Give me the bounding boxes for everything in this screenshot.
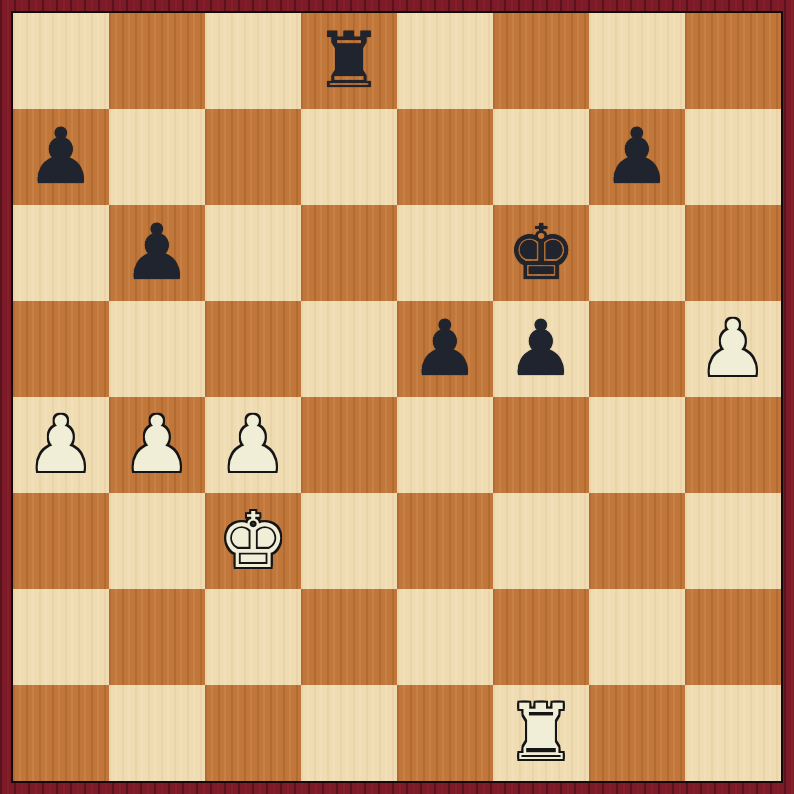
square-b6[interactable]: ♟ — [109, 205, 205, 301]
square-h8[interactable] — [685, 13, 781, 109]
square-g2[interactable] — [589, 589, 685, 685]
square-a2[interactable] — [13, 589, 109, 685]
square-h7[interactable] — [685, 109, 781, 205]
square-c7[interactable] — [205, 109, 301, 205]
square-f5[interactable]: ♟ — [493, 301, 589, 397]
square-c1[interactable] — [205, 685, 301, 781]
square-b4[interactable]: ♟ — [109, 397, 205, 493]
square-e3[interactable] — [397, 493, 493, 589]
black-pawn-e5[interactable]: ♟ — [410, 301, 479, 397]
square-g4[interactable] — [589, 397, 685, 493]
black-pawn-a7[interactable]: ♟ — [26, 109, 95, 205]
square-c5[interactable] — [205, 301, 301, 397]
square-a6[interactable] — [13, 205, 109, 301]
square-d4[interactable] — [301, 397, 397, 493]
square-c6[interactable] — [205, 205, 301, 301]
square-a4[interactable]: ♟ — [13, 397, 109, 493]
square-a5[interactable] — [13, 301, 109, 397]
square-a8[interactable] — [13, 13, 109, 109]
white-pawn-h5[interactable]: ♟ — [698, 301, 767, 397]
square-h5[interactable]: ♟ — [685, 301, 781, 397]
square-f6[interactable]: ♚ — [493, 205, 589, 301]
board-frame: ♜♟♟♟♚♟♟♟♟♟♟♚♜ — [0, 0, 794, 794]
square-a1[interactable] — [13, 685, 109, 781]
square-e7[interactable] — [397, 109, 493, 205]
square-f1[interactable]: ♜ — [493, 685, 589, 781]
square-b3[interactable] — [109, 493, 205, 589]
square-f7[interactable] — [493, 109, 589, 205]
square-d3[interactable] — [301, 493, 397, 589]
square-d1[interactable] — [301, 685, 397, 781]
square-c8[interactable] — [205, 13, 301, 109]
square-g3[interactable] — [589, 493, 685, 589]
white-king-c3[interactable]: ♚ — [218, 493, 287, 589]
square-e1[interactable] — [397, 685, 493, 781]
square-e5[interactable]: ♟ — [397, 301, 493, 397]
square-b5[interactable] — [109, 301, 205, 397]
square-g6[interactable] — [589, 205, 685, 301]
chess-board: ♜♟♟♟♚♟♟♟♟♟♟♚♜ — [11, 11, 783, 783]
square-b7[interactable] — [109, 109, 205, 205]
square-h4[interactable] — [685, 397, 781, 493]
square-f8[interactable] — [493, 13, 589, 109]
white-pawn-a4[interactable]: ♟ — [26, 397, 95, 493]
square-d2[interactable] — [301, 589, 397, 685]
square-g5[interactable] — [589, 301, 685, 397]
square-b2[interactable] — [109, 589, 205, 685]
square-b8[interactable] — [109, 13, 205, 109]
square-a7[interactable]: ♟ — [13, 109, 109, 205]
black-pawn-b6[interactable]: ♟ — [122, 205, 191, 301]
square-g8[interactable] — [589, 13, 685, 109]
square-g1[interactable] — [589, 685, 685, 781]
white-pawn-c4[interactable]: ♟ — [218, 397, 287, 493]
square-e2[interactable] — [397, 589, 493, 685]
square-e8[interactable] — [397, 13, 493, 109]
square-h2[interactable] — [685, 589, 781, 685]
square-g7[interactable]: ♟ — [589, 109, 685, 205]
square-d5[interactable] — [301, 301, 397, 397]
square-f3[interactable] — [493, 493, 589, 589]
square-d7[interactable] — [301, 109, 397, 205]
black-rook-d8[interactable]: ♜ — [314, 13, 383, 109]
square-b1[interactable] — [109, 685, 205, 781]
square-c4[interactable]: ♟ — [205, 397, 301, 493]
square-e4[interactable] — [397, 397, 493, 493]
square-a3[interactable] — [13, 493, 109, 589]
white-rook-f1[interactable]: ♜ — [506, 685, 575, 781]
black-king-f6[interactable]: ♚ — [506, 205, 575, 301]
black-pawn-f5[interactable]: ♟ — [506, 301, 575, 397]
black-pawn-g7[interactable]: ♟ — [602, 109, 671, 205]
square-f4[interactable] — [493, 397, 589, 493]
square-f2[interactable] — [493, 589, 589, 685]
square-d6[interactable] — [301, 205, 397, 301]
square-h3[interactable] — [685, 493, 781, 589]
square-h1[interactable] — [685, 685, 781, 781]
square-d8[interactable]: ♜ — [301, 13, 397, 109]
square-h6[interactable] — [685, 205, 781, 301]
square-e6[interactable] — [397, 205, 493, 301]
square-c2[interactable] — [205, 589, 301, 685]
white-pawn-b4[interactable]: ♟ — [122, 397, 191, 493]
square-c3[interactable]: ♚ — [205, 493, 301, 589]
